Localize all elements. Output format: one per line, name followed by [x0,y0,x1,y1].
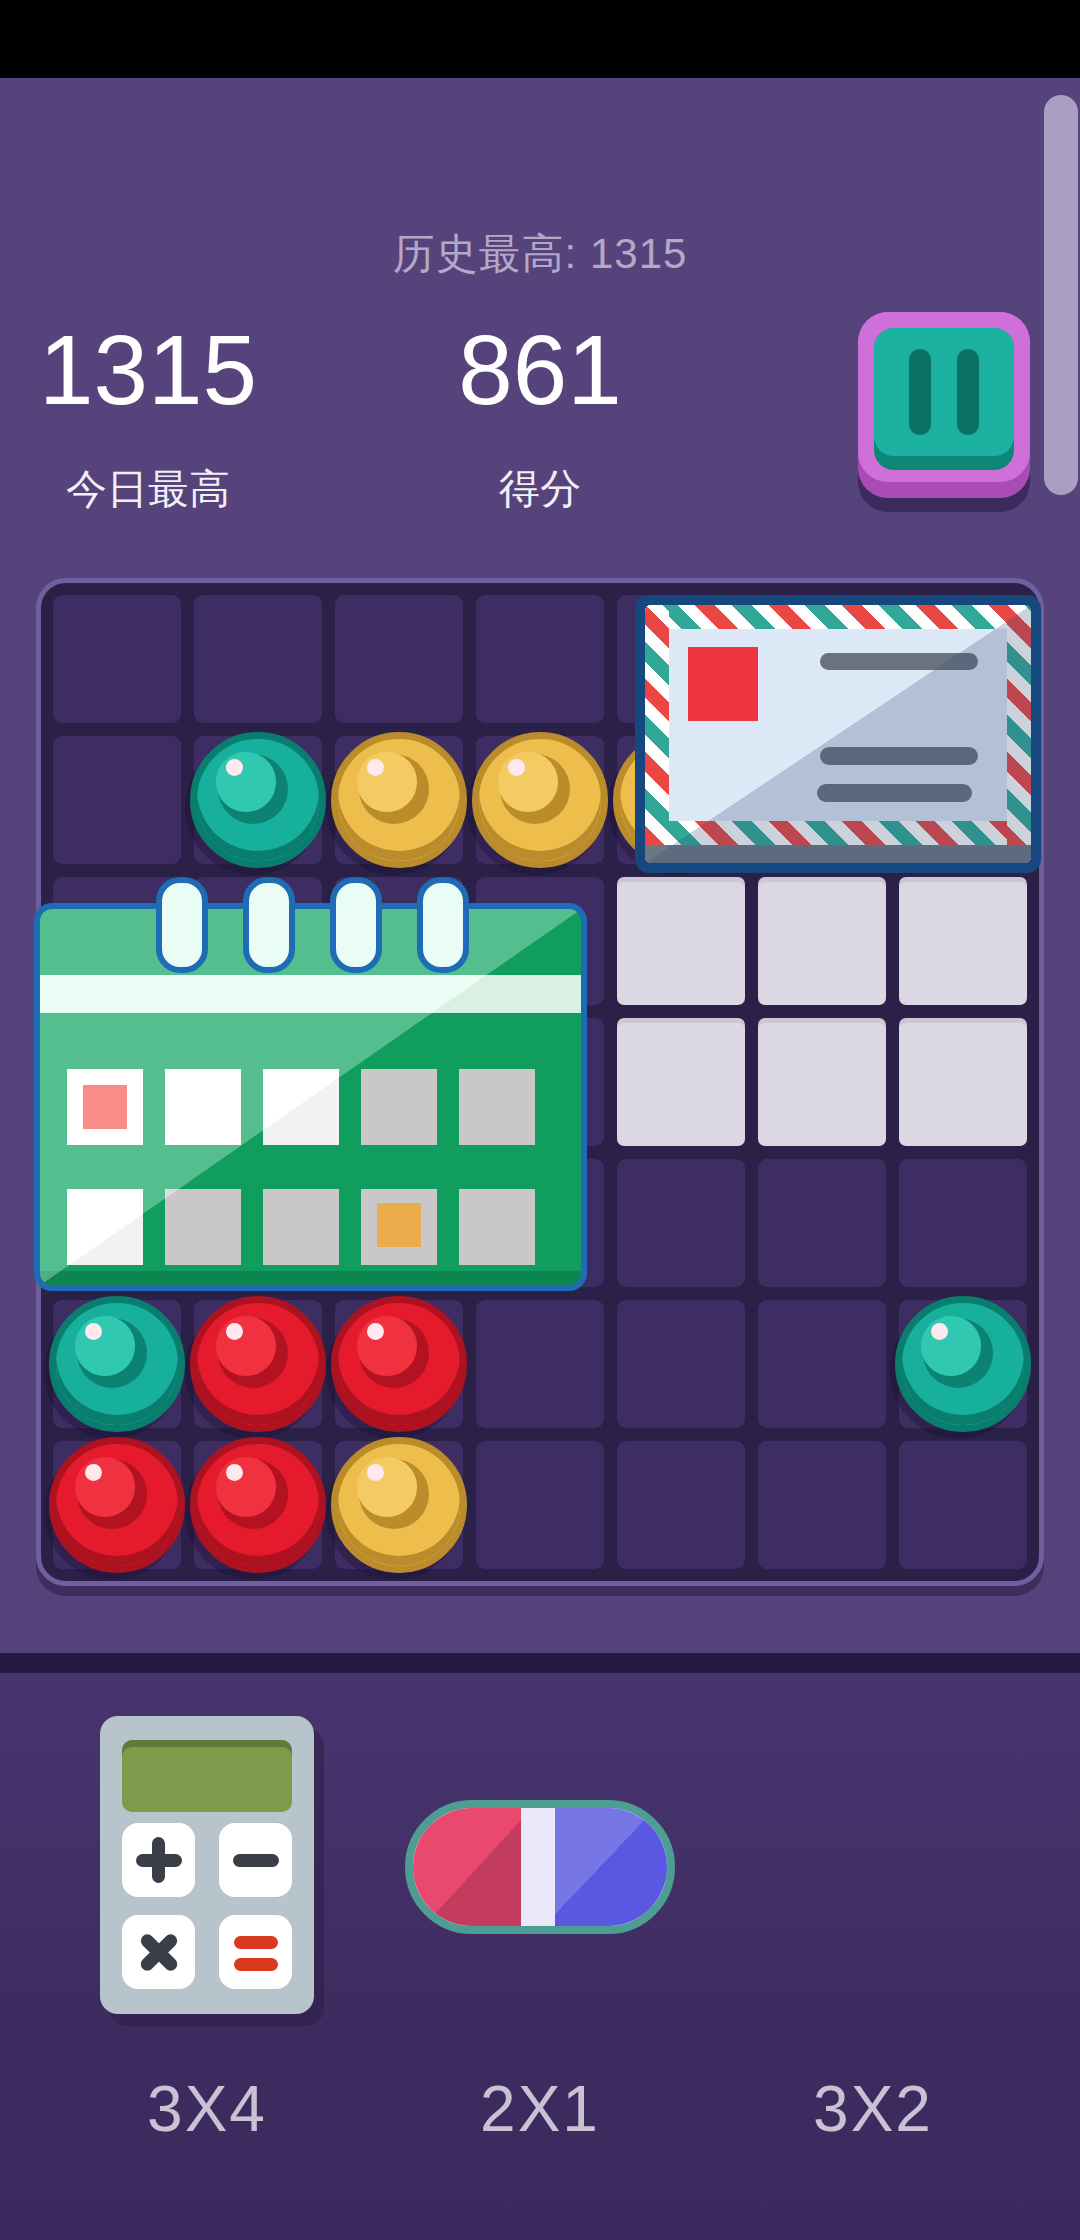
pause-icon-bar [957,349,979,435]
board-cell[interactable] [758,1159,886,1287]
calendar-day-cell [361,1189,437,1265]
board-cell[interactable] [617,1441,745,1569]
board-cell[interactable] [335,736,463,864]
calendar-bottom-edge [40,1271,581,1285]
status-bar [0,0,1080,78]
board-cell[interactable] [617,877,745,1005]
address-line [817,784,972,802]
calendar-day-cell [459,1189,535,1265]
board-cell[interactable] [53,1300,181,1428]
today-best-label: 今日最高 [10,462,286,517]
stamp-icon [688,647,758,721]
calendar-day-cell [67,1069,143,1145]
board-cell[interactable] [335,1300,463,1428]
multiply-key-icon [122,1915,195,1989]
calendar-ring-icon [417,877,469,973]
all-time-best-banner: 历史最高: 1315 [0,226,1080,282]
board-cell[interactable] [617,1300,745,1428]
calendar-ring-icon [156,877,208,973]
calendar-ring-icon [330,877,382,973]
board-cell[interactable] [194,595,322,723]
calendar-day-cell [361,1069,437,1145]
board-cell[interactable] [476,736,604,864]
board-cell[interactable] [899,1159,1027,1287]
airmail-stripe [645,605,1031,629]
address-line [820,653,978,670]
board-cell[interactable] [335,1441,463,1569]
board-cell[interactable] [194,1300,322,1428]
eraser-pink-half [413,1808,521,1926]
board-cell[interactable] [476,1300,604,1428]
chip-red [190,1296,326,1432]
chip-yellow [472,732,608,868]
airmail-stripe [1007,605,1031,845]
board-cell[interactable] [758,1300,886,1428]
equals-key-icon [219,1915,292,1989]
board-cell[interactable] [53,595,181,723]
calendar-day-cell [263,1069,339,1145]
board-cell[interactable] [899,877,1027,1005]
calendar-body [34,903,587,1291]
calendar-header-stripe [40,975,581,1013]
calendar-marked-day [377,1203,421,1247]
board-cell[interactable] [758,1441,886,1569]
tray-piece-calculator[interactable] [100,1716,314,2014]
board-cell[interactable] [899,1441,1027,1569]
tray-piece-eraser[interactable] [405,1800,675,1934]
eraser-blue-half [555,1808,667,1926]
address-line [820,747,978,765]
airmail-stripe [645,821,1031,845]
scrollbar-thumb[interactable] [1044,95,1078,495]
current-score-value: 861 [390,318,690,422]
board-cell[interactable] [476,1441,604,1569]
current-score-label: 得分 [390,462,690,517]
envelope-body [645,605,1031,863]
board-cell[interactable] [476,595,604,723]
chip-yellow [331,732,467,868]
board-cell[interactable] [758,877,886,1005]
minus-key-icon [219,1823,292,1897]
pause-button[interactable] [858,312,1030,498]
envelope-piece [635,595,1041,873]
board-cell[interactable] [194,736,322,864]
board-cell[interactable] [53,1441,181,1569]
board-cell[interactable] [53,736,181,864]
plus-key-icon [122,1823,195,1897]
current-score-block: 861 得分 [390,318,690,517]
calculator-display [122,1740,292,1812]
calendar-day-cell [165,1069,241,1145]
calendar-day-cell [67,1189,143,1265]
pause-icon-bar [909,349,931,435]
today-best-value: 1315 [10,318,286,422]
board-cell[interactable] [335,595,463,723]
chip-yellow [331,1437,467,1573]
calendar-day-cell [165,1189,241,1265]
chip-red [331,1296,467,1432]
chip-teal [49,1296,185,1432]
board-cell[interactable] [617,1159,745,1287]
board-cell[interactable] [758,1018,886,1146]
chip-red [190,1437,326,1573]
calendar-marked-day [83,1085,127,1129]
chip-teal [895,1296,1031,1432]
calendar-day-cell [263,1189,339,1265]
calendar-ring-icon [243,877,295,973]
chip-red [49,1437,185,1573]
calendar-piece [34,877,587,1291]
tray-slot-label: 2X1 [360,2072,720,2146]
calendar-day-cell [459,1069,535,1145]
pause-icon [874,328,1014,456]
board-cell[interactable] [899,1018,1027,1146]
tray-slot-label: 3X4 [27,2072,387,2146]
board-cell[interactable] [617,1018,745,1146]
airmail-stripe [645,605,669,845]
today-best-block: 1315 今日最高 [10,318,286,517]
section-divider [0,1653,1080,1673]
tray-slot-label: 3X2 [693,2072,1053,2146]
board-cell[interactable] [899,1300,1027,1428]
chip-teal [190,732,326,868]
board-cell[interactable] [194,1441,322,1569]
envelope-bottom-bar [645,845,1031,863]
